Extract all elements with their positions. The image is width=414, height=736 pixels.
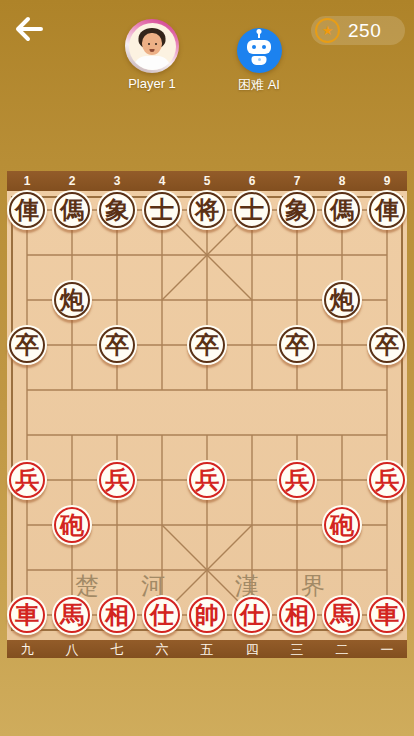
col-number-2: 2 bbox=[69, 175, 76, 187]
col-number-9: 9 bbox=[384, 175, 391, 187]
piece-black-傌[interactable]: 傌 bbox=[52, 190, 92, 230]
col-number-4: 4 bbox=[159, 175, 166, 187]
game-screen: Player 1 困难 AI ★ 250 123456789 九八七六五四三二一… bbox=[0, 0, 414, 736]
piece-black-俥[interactable]: 俥 bbox=[367, 190, 407, 230]
piece-black-士[interactable]: 士 bbox=[232, 190, 272, 230]
col-number-8: 8 bbox=[339, 175, 346, 187]
piece-black-象[interactable]: 象 bbox=[97, 190, 137, 230]
file-number-8: 二 bbox=[336, 643, 349, 656]
file-number-4: 六 bbox=[156, 643, 169, 656]
column-numbers-bottom: 九八七六五四三二一 bbox=[7, 640, 407, 658]
col-number-6: 6 bbox=[249, 175, 256, 187]
file-number-3: 七 bbox=[111, 643, 124, 656]
column-numbers-top: 123456789 bbox=[7, 171, 407, 191]
piece-black-卒[interactable]: 卒 bbox=[187, 325, 227, 365]
piece-red-車[interactable]: 車 bbox=[367, 595, 407, 635]
file-number-6: 四 bbox=[246, 643, 259, 656]
piece-black-象[interactable]: 象 bbox=[277, 190, 317, 230]
piece-black-将[interactable]: 将 bbox=[187, 190, 227, 230]
robot-antenna bbox=[258, 33, 260, 38]
player1-avatar-face bbox=[129, 23, 176, 70]
piece-red-仕[interactable]: 仕 bbox=[142, 595, 182, 635]
piece-black-炮[interactable]: 炮 bbox=[52, 280, 92, 320]
player1-panel: Player 1 bbox=[118, 19, 186, 91]
piece-red-仕[interactable]: 仕 bbox=[232, 595, 272, 635]
robot-body bbox=[252, 56, 267, 65]
piece-red-兵[interactable]: 兵 bbox=[97, 460, 137, 500]
piece-black-卒[interactable]: 卒 bbox=[7, 325, 47, 365]
xiangqi-board[interactable]: 123456789 九八七六五四三二一 楚 河 漢 界 bbox=[7, 171, 407, 658]
col-number-7: 7 bbox=[294, 175, 301, 187]
piece-red-相[interactable]: 相 bbox=[97, 595, 137, 635]
col-number-5: 5 bbox=[204, 175, 211, 187]
piece-red-兵[interactable]: 兵 bbox=[367, 460, 407, 500]
back-arrow-icon bbox=[12, 14, 46, 44]
piece-red-兵[interactable]: 兵 bbox=[187, 460, 227, 500]
ai-robot-icon bbox=[237, 28, 282, 73]
avatar-eye bbox=[155, 43, 158, 46]
back-button[interactable] bbox=[12, 14, 46, 44]
piece-red-砲[interactable]: 砲 bbox=[322, 505, 362, 545]
col-number-3: 3 bbox=[114, 175, 121, 187]
file-number-1: 九 bbox=[21, 643, 34, 656]
piece-black-傌[interactable]: 傌 bbox=[322, 190, 362, 230]
piece-red-相[interactable]: 相 bbox=[277, 595, 317, 635]
ai-panel: 困难 AI bbox=[228, 28, 290, 94]
piece-black-炮[interactable]: 炮 bbox=[322, 280, 362, 320]
file-number-7: 三 bbox=[291, 643, 304, 656]
piece-red-馬[interactable]: 馬 bbox=[52, 595, 92, 635]
piece-black-卒[interactable]: 卒 bbox=[97, 325, 137, 365]
coin-balance-value: 250 bbox=[348, 20, 381, 42]
robot-head bbox=[247, 40, 271, 54]
col-number-1: 1 bbox=[24, 175, 31, 187]
piece-red-帥[interactable]: 帥 bbox=[187, 595, 227, 635]
piece-red-馬[interactable]: 馬 bbox=[322, 595, 362, 635]
coin-balance-pill[interactable]: ★ 250 bbox=[311, 16, 405, 45]
piece-black-俥[interactable]: 俥 bbox=[7, 190, 47, 230]
ai-name: 困难 AI bbox=[228, 76, 290, 94]
player1-avatar bbox=[125, 19, 179, 73]
avatar-shirt bbox=[134, 56, 170, 70]
board-grid bbox=[7, 191, 407, 640]
coin-star-icon: ★ bbox=[315, 18, 340, 43]
robot-eye bbox=[262, 45, 266, 49]
piece-red-兵[interactable]: 兵 bbox=[277, 460, 317, 500]
avatar-eye bbox=[148, 43, 151, 46]
robot-eye bbox=[252, 45, 256, 49]
piece-black-卒[interactable]: 卒 bbox=[367, 325, 407, 365]
piece-red-砲[interactable]: 砲 bbox=[52, 505, 92, 545]
file-number-9: 一 bbox=[381, 643, 394, 656]
player1-name: Player 1 bbox=[118, 76, 186, 91]
piece-red-車[interactable]: 車 bbox=[7, 595, 47, 635]
piece-black-卒[interactable]: 卒 bbox=[277, 325, 317, 365]
piece-red-兵[interactable]: 兵 bbox=[7, 460, 47, 500]
file-number-5: 五 bbox=[201, 643, 214, 656]
file-number-2: 八 bbox=[66, 643, 79, 656]
star-glyph: ★ bbox=[322, 24, 334, 37]
piece-black-士[interactable]: 士 bbox=[142, 190, 182, 230]
